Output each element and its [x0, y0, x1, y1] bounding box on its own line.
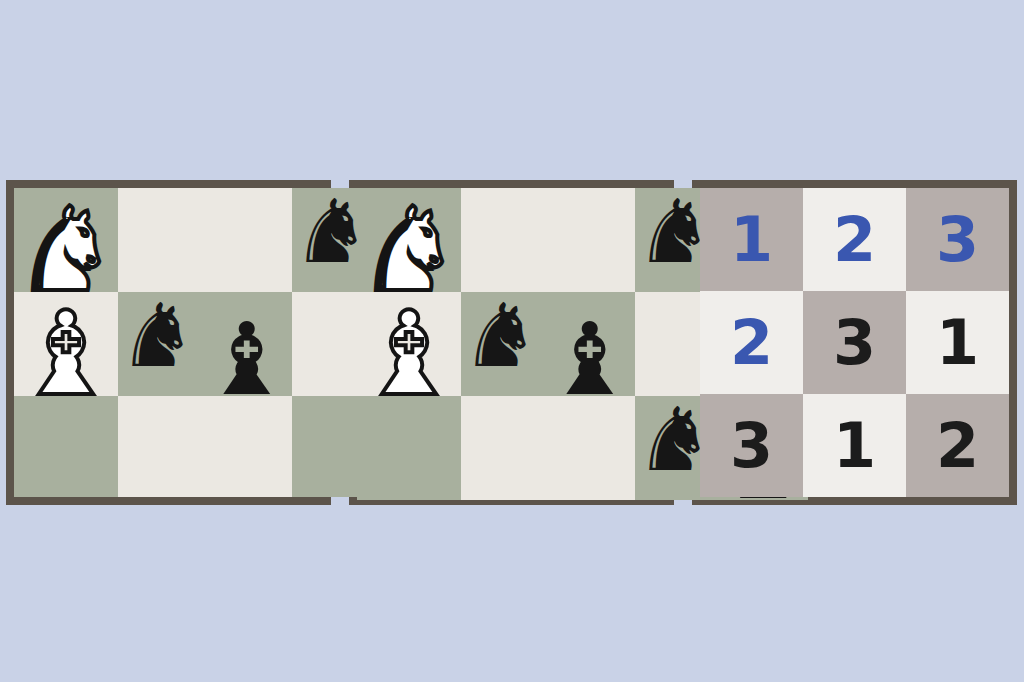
black-bishop-piece: ♝ [202, 310, 292, 410]
grid-number: 2 [730, 312, 773, 374]
board-square-r2c1[interactable] [461, 396, 635, 500]
board-square-r2c0[interactable] [14, 396, 118, 497]
chess-board-middle: ♞♞♝♝♞♝♞♝ [349, 180, 674, 505]
board-square-r1c0[interactable]: ♝ [14, 292, 118, 396]
board-square-r0c1[interactable] [461, 188, 635, 292]
grid-number: 1 [833, 415, 876, 477]
grid-cell-r1c1[interactable]: 3 [803, 291, 906, 394]
board-square-r0c1[interactable] [118, 188, 292, 292]
boards-row: ♞♞♝♝♞♝ ♞♞♝♝♞♝♞♝ 123231312 [6, 180, 1017, 505]
board-square-r1c0[interactable]: ♝ [357, 292, 461, 396]
grid-number: 3 [936, 209, 979, 271]
number-grid-right: 123231312 [692, 180, 1017, 505]
chess-board-left: ♞♞♝♝♞♝ [6, 180, 331, 505]
grid-cell-r2c1[interactable]: 1 [803, 394, 906, 497]
black-bishop-piece: ♝ [545, 310, 635, 410]
white-bishop-piece: ♝ [357, 296, 461, 412]
board-square-r2c0[interactable] [357, 396, 461, 500]
black-knight-piece: ♞ [461, 292, 540, 380]
black-knight-piece: ♞ [118, 292, 197, 380]
board-square-r0c0[interactable]: ♞ [14, 188, 118, 292]
grid-number: 2 [833, 209, 876, 271]
grid-cell-r0c0[interactable]: 1 [700, 188, 803, 291]
grid-cell-r1c2[interactable]: 1 [906, 291, 1009, 394]
grid-number: 1 [936, 312, 979, 374]
grid-cell-r2c2[interactable]: 2 [906, 394, 1009, 497]
board-square-r2c1[interactable] [118, 396, 292, 497]
grid-number: 3 [730, 415, 773, 477]
grid-number: 3 [833, 312, 876, 374]
grid-number: 2 [936, 415, 979, 477]
grid-cell-r1c0[interactable]: 2 [700, 291, 803, 394]
white-bishop-piece: ♝ [14, 296, 118, 412]
grid-cell-r2c0[interactable]: 3 [700, 394, 803, 497]
grid-cell-r0c2[interactable]: 3 [906, 188, 1009, 291]
board-square-r0c0[interactable]: ♞ [357, 188, 461, 292]
board-square-r1c1[interactable]: ♞♝ [118, 292, 292, 396]
board-square-r1c1[interactable]: ♞♝ [461, 292, 635, 396]
grid-number: 1 [730, 209, 773, 271]
grid-cell-r0c1[interactable]: 2 [803, 188, 906, 291]
